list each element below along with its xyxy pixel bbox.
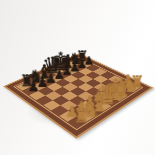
- chess-set-photo: ♜♞♝♛♚♝♞♜♟♟♟♟♟♟♟♟♟♟♟♟♟♟♟♟♜♞♝♛♚♝♞♜: [0, 0, 155, 155]
- square-h4[interactable]: [100, 72, 115, 79]
- black-rook: ♜: [67, 50, 98, 63]
